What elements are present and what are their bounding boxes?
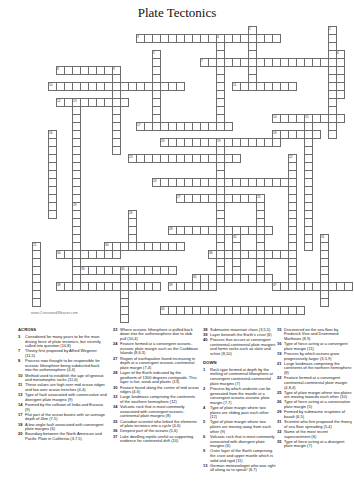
grid-cell[interactable] <box>152 114 161 123</box>
grid-cell[interactable] <box>272 34 281 43</box>
clue-item: 1 Rock type formed at depth by the melti… <box>203 367 276 386</box>
grid-cell[interactable] <box>216 186 225 195</box>
clue-column-1: ACROSS 3 Considered for many years to be… <box>18 327 107 441</box>
clue-item: 21 Large landmass comprising the contine… <box>277 361 352 375</box>
grid-cell[interactable] <box>344 282 353 291</box>
grid-cell[interactable] <box>216 50 225 59</box>
clue-item: 38 Submarine mountain chain (3,5,5) <box>203 327 276 332</box>
clue-text: Where oceanic lithosphere is pulled back… <box>119 327 193 341</box>
clue-text: Type of force acting at a convergent pla… <box>283 341 348 350</box>
clue-text: Type of plate margin where two plates ar… <box>209 405 269 419</box>
clue-item: 31 Scientist who first proposed the theo… <box>277 419 352 428</box>
clue-item: 37 Lake dwelling reptile useful as suppo… <box>113 434 199 443</box>
grid-cell[interactable] <box>232 266 241 275</box>
clue-text: Rock type formed at depth by the melting… <box>209 367 273 385</box>
clue-text: Lake dwelling reptile useful as supporti… <box>119 434 193 443</box>
clue-item: 29 Formed by submarine eruptions of basa… <box>277 410 352 419</box>
clue-text: Type of plate margin where two plates ar… <box>283 390 351 399</box>
clue-item: 4 Type of plate margin where two plates … <box>203 405 276 419</box>
down-header: DOWN <box>203 360 276 365</box>
clue-text: Formed by submarine eruptions of basalt … <box>283 410 345 419</box>
clue-text: Region of earthquakes found increasing i… <box>119 356 195 370</box>
grid-cell[interactable] <box>120 98 129 107</box>
clue-item: 16 Type of force acting at a convergent … <box>277 341 352 350</box>
grid-cell[interactable] <box>216 218 225 227</box>
clue-item: 35 Canadian scientist who linked the ele… <box>113 419 199 428</box>
clue-item: 18 A low angle fault associated with con… <box>18 422 107 431</box>
clue-text: Type of force acting at a conservative p… <box>283 400 350 409</box>
clue-text: Volcanic rock that is most commonly asso… <box>209 434 275 448</box>
clue-text: Layer of the Earth indicated by the geot… <box>119 370 196 384</box>
grid-cell[interactable] <box>288 242 297 251</box>
grid-cell[interactable] <box>272 138 281 147</box>
clue-text: Name of the most recent supercontinent (… <box>283 429 328 438</box>
clue-item: 15 Discovered on the sea floor by Freder… <box>277 327 352 341</box>
grid-cell[interactable] <box>328 130 337 139</box>
grid-cell[interactable] <box>320 274 329 283</box>
clue-text: Scientist who first proposed the theory … <box>283 419 352 428</box>
grid-cell[interactable] <box>336 90 345 99</box>
clue-item: 8 Process now thought to be responsible … <box>18 358 107 372</box>
grid-cell[interactable] <box>128 234 137 243</box>
grid-cell[interactable] <box>336 114 345 123</box>
clue-text: Type of fault associated with conservati… <box>24 392 107 401</box>
clue-item: 40 Process that occurs at convergent con… <box>203 337 276 356</box>
clue-item: 34 Volcanic rock that is most commonly a… <box>113 404 199 418</box>
grid-cell[interactable] <box>216 242 225 251</box>
clue-item: 19 Process by which oceans grow progress… <box>277 351 352 360</box>
clue-item: 23 Where oceanic lithosphere is pulled b… <box>113 327 199 341</box>
grid-cell[interactable] <box>232 154 241 163</box>
clue-item: 10 Method used to establish the age of i… <box>18 373 107 382</box>
grid-cell[interactable] <box>256 242 265 251</box>
clue-item: 6 Volcanic rock that is most commonly as… <box>203 434 276 448</box>
clue-item: 35 Type of force acting at a divergent p… <box>277 439 352 448</box>
grid-cell[interactable] <box>152 282 161 291</box>
clue-item: 12 Type of fault associated with conserv… <box>18 392 107 401</box>
watermark: www.CrosswordWeaver.com <box>31 311 101 315</box>
grid-cell[interactable] <box>168 266 177 275</box>
grid-cell[interactable] <box>296 306 305 315</box>
grid-cell[interactable] <box>312 130 321 139</box>
clue-text: Canadian scientist who linked the elemen… <box>119 419 197 428</box>
clue-item: 36 Deepest part of the oceans (5,6) <box>113 429 199 434</box>
clue-text: German meteorologist who was right all a… <box>209 463 275 472</box>
grid-cell[interactable] <box>256 266 265 275</box>
clue-text: Volcanic rock that is most commonly asso… <box>119 404 185 418</box>
grid-cell[interactable] <box>112 146 121 155</box>
clue-column-2: 23 Where oceanic lithosphere is pulled b… <box>113 327 199 444</box>
clue-text: Process by which oceans grow progressive… <box>283 351 339 360</box>
clue-text: Feature found along the centre of mid oc… <box>119 385 199 394</box>
clue-item: 30 Feature found along the centre of mid… <box>113 385 199 394</box>
clue-text: Boundary between the North American and … <box>24 432 102 441</box>
grid-cell[interactable] <box>288 82 297 91</box>
clue-text: Process now thought to be responsible fo… <box>24 358 100 372</box>
clue-item: 20 Boundary between the North American a… <box>18 432 107 441</box>
clue-item: 28 Layer of the Earth indicated by the g… <box>113 370 199 384</box>
clue-text: A low angle fault associated with conver… <box>24 422 103 431</box>
grid-cell[interactable] <box>32 298 41 307</box>
clue-text: These values are high over mid ocean rid… <box>24 383 105 392</box>
grid-cell[interactable] <box>112 74 121 83</box>
grid-cell[interactable] <box>176 242 185 251</box>
grid-cell[interactable] <box>112 90 121 99</box>
grid-cell[interactable] <box>216 266 225 275</box>
clue-text: Outer layer of the Earth comprising the … <box>209 449 273 463</box>
grid-cell[interactable] <box>112 250 121 259</box>
clue-text: Theory first proposed by Alfred Wegener … <box>24 349 97 358</box>
clue-text: Feature formed at a convergent oceanic-o… <box>119 341 198 355</box>
clue-text: Discovered on the sea floor by Frederick… <box>283 327 338 341</box>
grid-cell[interactable] <box>328 106 337 115</box>
clue-text: Flat part of the ocean basins with an av… <box>24 412 105 421</box>
clue-text: Feature formed at a convergent continent… <box>283 375 347 389</box>
clue-item: 3 Considered for many years to be the ma… <box>18 334 107 348</box>
clue-text: Type of force acting at a divergent plat… <box>283 439 344 448</box>
crossword-grid: 3781011121417182023242728303334353637383… <box>0 0 354 330</box>
grid-cell[interactable] <box>176 82 185 91</box>
clue-column-4: 15 Discovered on the sea floor by Freder… <box>277 327 352 449</box>
clue-text: Deepest part of the oceans (5,6) <box>119 429 177 434</box>
clue-text: Type of plate margin where two plates ar… <box>209 420 271 434</box>
grid-cell[interactable] <box>320 298 329 307</box>
grid-cell[interactable] <box>120 314 129 323</box>
clue-text: Process by which andesite can be generat… <box>209 386 271 404</box>
grid-cell[interactable] <box>48 210 57 219</box>
grid-cell[interactable] <box>248 50 257 59</box>
clue-item: 13 German meteorologist who was right al… <box>203 463 276 472</box>
grid-cell[interactable] <box>248 74 257 83</box>
clue-item: 25 Type of plate margin where two plates… <box>277 390 352 399</box>
grid-cell[interactable] <box>120 274 129 283</box>
grid-cell[interactable] <box>224 122 233 131</box>
clue-item: 26 Type of force acting at a conservativ… <box>277 400 352 409</box>
grid-cell[interactable] <box>256 218 265 227</box>
clue-text: Large landmass comprising the continents… <box>283 361 351 375</box>
grid-cell[interactable] <box>208 282 217 291</box>
grid-cell[interactable] <box>216 114 225 123</box>
grid-cell[interactable] <box>152 74 161 83</box>
grid-cell[interactable] <box>72 242 81 251</box>
clue-item: 39 Layer beneath the Earth's crust (6) <box>203 332 276 337</box>
clues-section: ACROSS 3 Considered for many years to be… <box>0 327 354 500</box>
grid-cell[interactable] <box>232 242 241 251</box>
clue-item: 7 Theory first proposed by Alfred Wegene… <box>18 349 107 358</box>
grid-cell[interactable] <box>304 122 313 131</box>
grid-cell[interactable] <box>216 170 225 179</box>
clue-item: 22 Feature formed at a convergent contin… <box>277 375 352 389</box>
across-header: ACROSS <box>18 327 107 332</box>
clue-text: Formed by the collision of India and Eur… <box>24 402 103 411</box>
clue-item: 14 Formed by the collision of India and … <box>18 402 107 411</box>
clue-column-3: 38 Submarine mountain chain (3,5,5)39 La… <box>203 327 276 473</box>
clue-item: 32 Name of the most recent supercontinen… <box>277 429 352 438</box>
clue-item: 24 Feature formed at a convergent oceani… <box>113 341 199 355</box>
grid-cell[interactable] <box>288 274 297 283</box>
clue-item: 11 These values are high over mid ocean … <box>18 383 107 392</box>
clue-item: 17 Flat part of the ocean basins with an… <box>18 412 107 421</box>
clue-text: Layer beneath the Earth's crust (6) <box>209 332 272 337</box>
clue-item: 5 Type of plate margin where two plates … <box>203 420 276 434</box>
clue-item: 33 Large landmass comprising the contine… <box>113 395 199 404</box>
clue-text: Considered for many years to be the main… <box>24 334 101 348</box>
grid-cell[interactable] <box>72 274 81 283</box>
clue-text: Submarine mountain chain (3,5,5) <box>209 327 270 332</box>
clue-item: 9 Outer layer of the Earth comprising th… <box>203 449 276 463</box>
grid-cell[interactable] <box>248 26 257 35</box>
clue-text: Method used to establish the age of igne… <box>24 373 104 382</box>
grid-cell[interactable] <box>304 242 313 251</box>
clue-item: 27 Region of earthquakes found increasin… <box>113 356 199 370</box>
grid-cell[interactable] <box>216 146 225 155</box>
grid-cell[interactable] <box>264 226 273 235</box>
clue-text: Large landmass comprising the continents… <box>119 395 195 404</box>
clue-item: 2 Process by which andesite can be gener… <box>203 386 276 405</box>
clue-text: Process that occurs at convergent contin… <box>209 337 275 355</box>
